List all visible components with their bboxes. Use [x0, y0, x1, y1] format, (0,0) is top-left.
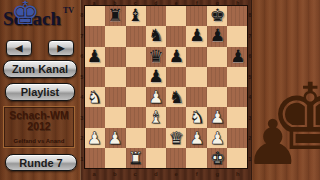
square-e7 — [166, 26, 186, 46]
schachtv-video-frame: Schach TV ♚ ◀ ▶ Zum Kanal Playlist Schac… — [0, 0, 320, 180]
right-arrow-icon: ▶ — [58, 43, 65, 53]
square-f4 — [186, 87, 206, 107]
square-f2 — [186, 128, 206, 148]
square-f5 — [186, 67, 206, 87]
square-f8 — [186, 6, 206, 26]
square-e6 — [166, 47, 186, 67]
event-panel: Schach-WM 2012 Gelfand vs Anand — [3, 106, 75, 148]
square-f6 — [186, 47, 206, 67]
square-d2 — [146, 128, 166, 148]
square-c7 — [126, 26, 146, 46]
file-label: h — [228, 169, 249, 179]
logo-tv-superscript: TV — [63, 6, 74, 15]
square-c6 — [126, 47, 146, 67]
square-d4 — [146, 87, 166, 107]
left-arrow-icon: ◀ — [16, 43, 23, 53]
square-c2 — [126, 128, 146, 148]
square-d3 — [146, 107, 166, 127]
square-a8 — [85, 6, 105, 26]
square-d1 — [146, 148, 166, 168]
square-b2 — [105, 128, 125, 148]
file-label: e — [166, 169, 187, 179]
zum-kanal-button[interactable]: Zum Kanal — [3, 60, 77, 78]
square-d5 — [146, 67, 166, 87]
rank-label: 3 — [248, 108, 252, 129]
square-g3 — [207, 107, 227, 127]
file-label: c — [125, 169, 146, 179]
square-b6 — [105, 47, 125, 67]
blue-king-icon: ♚ — [11, 0, 40, 29]
square-e8 — [166, 6, 186, 26]
square-h4 — [227, 87, 247, 107]
square-f1 — [186, 148, 206, 168]
square-b3 — [105, 107, 125, 127]
square-h7 — [227, 26, 247, 46]
square-h3 — [227, 107, 247, 127]
square-e2 — [166, 128, 186, 148]
file-label: f — [187, 169, 208, 179]
square-d6 — [146, 47, 166, 67]
file-label: b — [105, 169, 126, 179]
square-h2 — [227, 128, 247, 148]
square-g2 — [207, 128, 227, 148]
square-g5 — [207, 67, 227, 87]
schachtv-logo: Schach TV ♚ — [0, 2, 80, 38]
square-h8 — [227, 6, 247, 26]
square-d7 — [146, 26, 166, 46]
rank-label: 4 — [248, 87, 252, 108]
square-a7 — [85, 26, 105, 46]
square-d8 — [146, 6, 166, 26]
square-a6 — [85, 47, 105, 67]
square-e1 — [166, 148, 186, 168]
event-title-line2: 2012 — [4, 121, 74, 132]
runde-button[interactable]: Runde 7 — [5, 154, 77, 171]
square-g8 — [207, 6, 227, 26]
file-label: d — [146, 169, 167, 179]
rank-label: 8 — [248, 5, 252, 26]
square-e4 — [166, 87, 186, 107]
square-g4 — [207, 87, 227, 107]
rank-labels-right: 87654321 — [248, 5, 252, 169]
file-labels-bottom: abcdefgh — [84, 169, 248, 179]
square-e3 — [166, 107, 186, 127]
king-silhouette-icon: ♚ — [269, 72, 320, 164]
square-e5 — [166, 67, 186, 87]
square-c8 — [126, 6, 146, 26]
prev-button[interactable]: ◀ — [6, 40, 32, 56]
square-c5 — [126, 67, 146, 87]
square-c3 — [126, 107, 146, 127]
square-g7 — [207, 26, 227, 46]
square-b7 — [105, 26, 125, 46]
square-g6 — [207, 47, 227, 67]
rank-label: 6 — [248, 46, 252, 67]
square-b1 — [105, 148, 125, 168]
square-c1 — [126, 148, 146, 168]
board-grid — [84, 5, 248, 169]
rank-label: 7 — [248, 26, 252, 47]
square-h6 — [227, 47, 247, 67]
square-a1 — [85, 148, 105, 168]
square-b5 — [105, 67, 125, 87]
file-label: g — [207, 169, 228, 179]
square-h5 — [227, 67, 247, 87]
file-label: a — [84, 169, 105, 179]
square-h1 — [227, 148, 247, 168]
square-f7 — [186, 26, 206, 46]
rank-label: 1 — [248, 149, 252, 170]
rank-label: 5 — [248, 67, 252, 88]
square-f3 — [186, 107, 206, 127]
next-button[interactable]: ▶ — [48, 40, 74, 56]
event-players: Gelfand vs Anand — [4, 138, 74, 144]
square-g1 — [207, 148, 227, 168]
chess-board: abcdefgh abcdefgh 87654321 87654321 ♜♝♚♞… — [80, 0, 252, 180]
square-b4 — [105, 87, 125, 107]
square-a2 — [85, 128, 105, 148]
square-c4 — [126, 87, 146, 107]
square-b8 — [105, 6, 125, 26]
square-a4 — [85, 87, 105, 107]
square-a3 — [85, 107, 105, 127]
wood-background: ♝ ♟ ♚ — [252, 0, 320, 180]
playlist-button[interactable]: Playlist — [5, 83, 75, 101]
sidebar: Schach TV ♚ ◀ ▶ Zum Kanal Playlist Schac… — [0, 0, 80, 180]
square-a5 — [85, 67, 105, 87]
rank-label: 2 — [248, 128, 252, 149]
